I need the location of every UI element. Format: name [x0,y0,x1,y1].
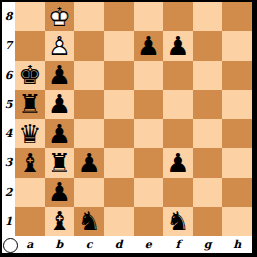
black-pawn-b2[interactable]: ♟ [45,178,75,207]
rank-label-7: 7 [2,31,15,60]
black-pawn-b6[interactable]: ♟ [45,61,75,90]
piece-fill: ♜ [45,148,75,177]
square-a1[interactable] [15,207,45,236]
square-e7[interactable]: ♟ [134,31,164,60]
rank-label-5: 5 [2,90,15,119]
square-c6[interactable] [74,61,104,90]
square-a2[interactable] [15,178,45,207]
square-h8[interactable] [222,2,252,31]
piece-fill: ♝ [45,207,75,236]
piece-fill: ♚ [15,61,45,90]
square-h7[interactable] [222,31,252,60]
black-bishop-a3[interactable]: ♝ [15,148,45,177]
piece-fill: ♟ [45,119,75,148]
square-c4[interactable] [74,119,104,148]
square-e1[interactable] [134,207,164,236]
black-pawn-c3[interactable]: ♟ [74,148,104,177]
square-c2[interactable] [74,178,104,207]
piece-fill: ♟ [45,178,75,207]
black-knight-c1[interactable]: ♞ [74,207,104,236]
diagram-inner: 87654321 ♚♔♟♙♟♟♚♟♜♟♛♟♝♜♟♟♟♝♞♞ abcdefgh [2,2,252,253]
square-e8[interactable] [134,2,164,31]
square-g5[interactable] [193,90,223,119]
square-f3[interactable]: ♟ [163,148,193,177]
square-g8[interactable] [193,2,223,31]
black-rook-b3[interactable]: ♜ [45,148,75,177]
square-e3[interactable] [134,148,164,177]
square-g4[interactable] [193,119,223,148]
square-d2[interactable] [104,178,134,207]
board: ♚♔♟♙♟♟♚♟♜♟♛♟♝♜♟♟♟♝♞♞ [15,2,252,236]
square-h1[interactable] [222,207,252,236]
square-f1[interactable]: ♞ [163,207,193,236]
square-f8[interactable] [163,2,193,31]
white-king-b8[interactable]: ♚♔ [45,2,75,31]
square-e4[interactable] [134,119,164,148]
file-label-e: e [134,236,164,253]
piece-fill: ♝ [15,148,45,177]
square-h2[interactable] [222,178,252,207]
black-pawn-f7[interactable]: ♟ [163,31,193,60]
rank-label-8: 8 [2,2,15,31]
chess-diagram: 87654321 ♚♔♟♙♟♟♚♟♜♟♛♟♝♜♟♟♟♝♞♞ abcdefgh [0,0,257,257]
rank-label-1: 1 [2,207,15,236]
square-f7[interactable]: ♟ [163,31,193,60]
square-f5[interactable] [163,90,193,119]
square-b2[interactable]: ♟ [45,178,75,207]
black-pawn-b5[interactable]: ♟ [45,90,75,119]
square-g3[interactable] [193,148,223,177]
piece-outline: ♙ [45,31,75,60]
square-c3[interactable]: ♟ [74,148,104,177]
square-a6[interactable]: ♚ [15,61,45,90]
square-b5[interactable]: ♟ [45,90,75,119]
square-a3[interactable]: ♝ [15,148,45,177]
file-label-c: c [74,236,104,253]
square-a5[interactable]: ♜ [15,90,45,119]
square-g2[interactable] [193,178,223,207]
black-king-a6[interactable]: ♚ [15,61,45,90]
piece-fill: ♜ [15,90,45,119]
square-d7[interactable] [104,31,134,60]
piece-fill: ♛ [15,119,45,148]
rank-label-6: 6 [2,61,15,90]
piece-fill: ♞ [163,207,193,236]
white-to-move-indicator [3,238,18,253]
black-knight-f1[interactable]: ♞ [163,207,193,236]
square-f4[interactable] [163,119,193,148]
square-c8[interactable] [74,2,104,31]
file-label-d: d [104,236,134,253]
black-pawn-e7[interactable]: ♟ [134,31,164,60]
piece-fill: ♟ [74,148,104,177]
square-d6[interactable] [104,61,134,90]
piece-fill: ♟ [45,90,75,119]
square-b8[interactable]: ♚♔ [45,2,75,31]
square-a7[interactable] [15,31,45,60]
piece-fill: ♟ [134,31,164,60]
file-label-a: a [15,236,45,253]
file-label-b: b [45,236,75,253]
black-rook-a5[interactable]: ♜ [15,90,45,119]
square-f2[interactable] [163,178,193,207]
square-d3[interactable] [104,148,134,177]
square-h5[interactable] [222,90,252,119]
square-f6[interactable] [163,61,193,90]
piece-fill: ♟ [163,148,193,177]
rank-label-3: 3 [2,148,15,177]
square-b1[interactable]: ♝ [45,207,75,236]
square-c5[interactable] [74,90,104,119]
black-queen-a4[interactable]: ♛ [15,119,45,148]
square-h4[interactable] [222,119,252,148]
black-pawn-f3[interactable]: ♟ [163,148,193,177]
square-e2[interactable] [134,178,164,207]
file-label-h: h [222,236,252,253]
square-h3[interactable] [222,148,252,177]
rank-label-4: 4 [2,119,15,148]
square-c1[interactable]: ♞ [74,207,104,236]
square-g6[interactable] [193,61,223,90]
square-e6[interactable] [134,61,164,90]
rank-label-2: 2 [2,178,15,207]
square-d8[interactable] [104,2,134,31]
white-pawn-b7[interactable]: ♟♙ [45,31,75,60]
square-a4[interactable]: ♛ [15,119,45,148]
square-b7[interactable]: ♟♙ [45,31,75,60]
file-label-g: g [193,236,223,253]
square-c7[interactable] [74,31,104,60]
piece-outline: ♔ [45,2,75,31]
black-pawn-b4[interactable]: ♟ [45,119,75,148]
square-g1[interactable] [193,207,223,236]
file-labels: abcdefgh [15,236,252,253]
square-a8[interactable] [15,2,45,31]
square-d1[interactable] [104,207,134,236]
piece-fill: ♞ [74,207,104,236]
square-e5[interactable] [134,90,164,119]
piece-fill: ♟ [45,61,75,90]
file-label-f: f [163,236,193,253]
square-b6[interactable]: ♟ [45,61,75,90]
square-g7[interactable] [193,31,223,60]
square-b3[interactable]: ♜ [45,148,75,177]
square-h6[interactable] [222,61,252,90]
black-bishop-b1[interactable]: ♝ [45,207,75,236]
square-d5[interactable] [104,90,134,119]
rank-labels: 87654321 [2,2,15,236]
square-d4[interactable] [104,119,134,148]
square-b4[interactable]: ♟ [45,119,75,148]
piece-fill: ♟ [163,31,193,60]
